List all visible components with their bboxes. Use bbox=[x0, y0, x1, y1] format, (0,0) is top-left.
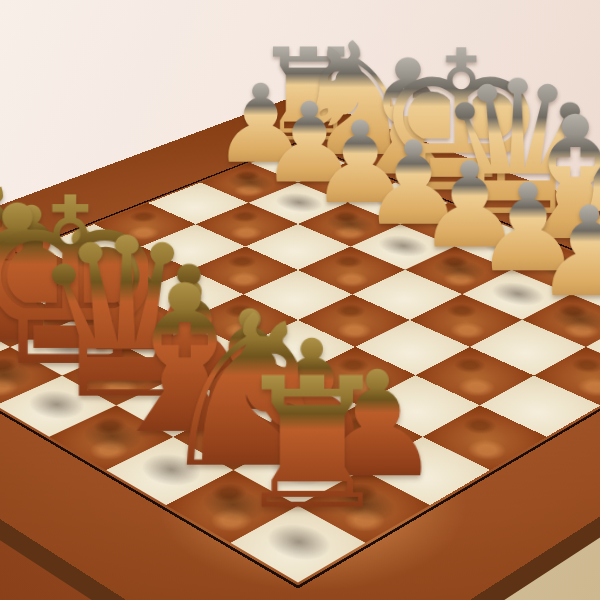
board-border: ♜♞♝♛♚♝♞♜♟♟♟♟♟♟♟♟♟♟♟♟♟♟♟♟♜♞♝♛♚♝♞♜ bbox=[0, 95, 600, 600]
black-rook-a8[interactable]: ♜ bbox=[232, 354, 394, 534]
board-grid: ♜♞♝♛♚♝♞♜♟♟♟♟♟♟♟♟♟♟♟♟♟♟♟♟♜♞♝♛♚♝♞♜ bbox=[0, 144, 600, 582]
perspective-world: ♜♞♝♛♚♝♞♜♟♟♟♟♟♟♟♟♟♟♟♟♟♟♟♟♜♞♝♛♚♝♞♜ bbox=[0, 0, 600, 600]
photo-scene: ♜♞♝♛♚♝♞♜♟♟♟♟♟♟♟♟♟♟♟♟♟♟♟♟♜♞♝♛♚♝♞♜ bbox=[0, 0, 600, 600]
white-pawn-b2[interactable]: ♟ bbox=[533, 190, 600, 314]
square-a8[interactable]: ♜ bbox=[230, 505, 366, 582]
white-pawn-a2[interactable]: ♟ bbox=[596, 213, 600, 340]
board-inset-frame: ♜♞♝♛♚♝♞♜♟♟♟♟♟♟♟♟♟♟♟♟♟♟♟♟♜♞♝♛♚♝♞♜ bbox=[0, 142, 600, 589]
chess-board: ♜♞♝♛♚♝♞♜♟♟♟♟♟♟♟♟♟♟♟♟♟♟♟♟♜♞♝♛♚♝♞♜ bbox=[0, 95, 600, 600]
